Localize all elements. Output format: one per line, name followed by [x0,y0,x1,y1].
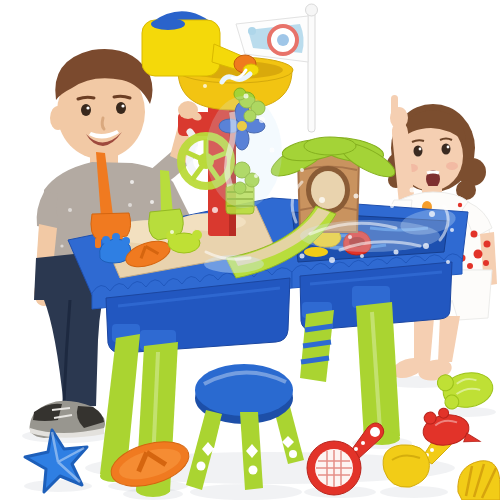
can-opening [151,18,185,30]
watering-can [142,11,259,82]
girl-pointing-hand [390,95,408,129]
stool-cutout [197,462,206,471]
flag-dot [248,27,256,35]
tree-hole-sand [311,171,345,209]
rake-head [91,213,131,240]
stool-cutout [249,466,258,475]
flag-badge-core [277,34,289,46]
can-body [142,20,220,76]
flag-pole-ball [306,4,318,16]
flag-pole [308,10,315,132]
boy-sneaker [30,401,105,438]
girl-leg-left [414,318,434,364]
stool-cutout [289,450,297,458]
girl-leg-right [438,316,460,362]
boy-eyebrow [78,97,94,99]
girl-teeth [427,172,439,173]
sieve-handle-hole [370,427,380,437]
shell-mold-floor [458,461,500,500]
scene-illustration [0,0,500,500]
girl-blush [446,162,458,170]
scoop-bowl [383,445,429,487]
product-photo [0,0,500,500]
boy-eyebrow [114,96,130,98]
